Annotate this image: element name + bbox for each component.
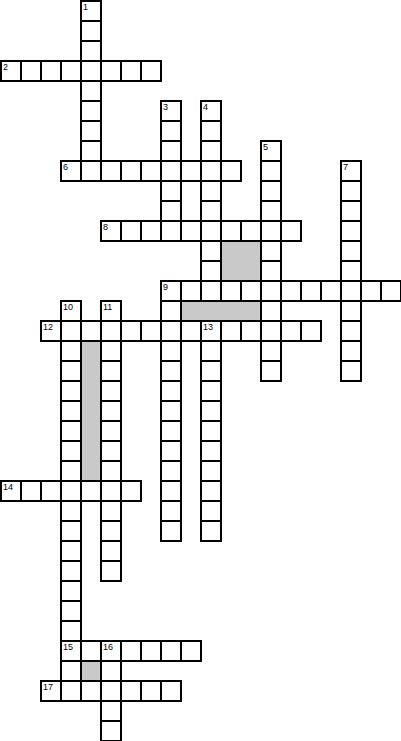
grid-cell-r20-c5[interactable]	[101, 401, 121, 421]
grid-cell-r14-c15[interactable]	[301, 281, 321, 301]
grid-cell-r32-c7[interactable]	[141, 641, 161, 661]
grid-cell-r18-c10[interactable]	[201, 361, 221, 381]
grid-cell-r35-c5[interactable]	[101, 701, 121, 721]
grid-cell-r34-c6[interactable]	[121, 681, 141, 701]
grid-cell-r23-c3[interactable]	[61, 461, 81, 481]
grid-cell-r8-c11[interactable]	[221, 161, 241, 181]
grid-cell-r3-c6[interactable]	[121, 61, 141, 81]
grid-cell-r20-c8[interactable]	[161, 401, 181, 421]
clue-number-16: 16	[103, 642, 113, 652]
grid-cell-r16-c7[interactable]	[141, 321, 161, 341]
grid-cell-r16-c17[interactable]	[341, 321, 361, 341]
grid-cell-r15-c13[interactable]	[261, 301, 281, 321]
grid-cell-r24-c3[interactable]	[61, 481, 81, 501]
grid-cell-r26-c3[interactable]	[61, 521, 81, 541]
grid-cell-r26-c8[interactable]	[161, 521, 181, 541]
grid-cell-r16-c5[interactable]	[101, 321, 121, 341]
grid-cell-r3-c7[interactable]	[141, 61, 161, 81]
grid-cell-r10-c17[interactable]	[341, 201, 361, 221]
grid-cell-r25-c5[interactable]	[101, 501, 121, 521]
grid-cell-r17-c3[interactable]	[61, 341, 81, 361]
grid-cell-r17-c8[interactable]	[161, 341, 181, 361]
grid-cell-r26-c5[interactable]	[101, 521, 121, 541]
grid-cell-r1-c4[interactable]	[81, 21, 101, 41]
grid-cell-r16-c3[interactable]	[61, 321, 81, 341]
grid-cell-r12-c17[interactable]	[341, 241, 361, 261]
clue-number-13: 13	[203, 322, 213, 332]
grid-cell-r32-c6[interactable]	[121, 641, 141, 661]
grid-cell-r11-c14[interactable]	[281, 221, 301, 241]
grid-cell-r16-c6[interactable]	[121, 321, 141, 341]
grid-cell-r22-c3[interactable]	[61, 441, 81, 461]
grid-cell-r30-c3[interactable]	[61, 601, 81, 621]
grid-cell-r25-c3[interactable]	[61, 501, 81, 521]
grid-cell-r14-c12[interactable]	[241, 281, 261, 301]
grid-cell-r11-c10[interactable]	[201, 221, 221, 241]
clue-number-10: 10	[63, 302, 73, 312]
grid-cell-r14-c11[interactable]	[221, 281, 241, 301]
grid-cell-r14-c18[interactable]	[361, 281, 381, 301]
crossword-grid[interactable]: 1234567891011121314151617	[0, 0, 401, 741]
grid-cell-r21-c8[interactable]	[161, 421, 181, 441]
grid-cell-r24-c10[interactable]	[201, 481, 221, 501]
grid-cell-r11-c8[interactable]	[161, 221, 181, 241]
clue-number-12: 12	[43, 322, 53, 332]
grid-cell-r25-c10[interactable]	[201, 501, 221, 521]
grid-cell-r19-c5[interactable]	[101, 381, 121, 401]
grid-cell-r25-c8[interactable]	[161, 501, 181, 521]
grid-cell-r22-c8[interactable]	[161, 441, 181, 461]
grid-cell-r24-c1[interactable]	[21, 481, 41, 501]
grid-cell-r27-c5[interactable]	[101, 541, 121, 561]
grid-cell-r16-c14[interactable]	[281, 321, 301, 341]
grid-cell-r14-c19[interactable]	[381, 281, 401, 301]
clue-number-9: 9	[163, 282, 168, 292]
grid-cell-r32-c9[interactable]	[181, 641, 201, 661]
grid-cell-r16-c11[interactable]	[221, 321, 241, 341]
grid-cell-r17-c13[interactable]	[261, 341, 281, 361]
grid-cell-r22-c5[interactable]	[101, 441, 121, 461]
grid-cell-r14-c10[interactable]	[201, 281, 221, 301]
grid-cell-r23-c10[interactable]	[201, 461, 221, 481]
clue-number-15: 15	[63, 642, 73, 652]
grid-cell-r29-c3[interactable]	[61, 581, 81, 601]
grid-cell-r7-c10[interactable]	[201, 141, 221, 161]
grid-cell-r10-c8[interactable]	[161, 201, 181, 221]
grid-cell-r24-c5[interactable]	[101, 481, 121, 501]
grid-cell-r10-c13[interactable]	[261, 201, 281, 221]
grid-cell-r18-c17[interactable]	[341, 361, 361, 381]
grid-cell-r14-c9[interactable]	[181, 281, 201, 301]
grid-cell-r19-c10[interactable]	[201, 381, 221, 401]
grid-cell-r22-c10[interactable]	[201, 441, 221, 461]
grid-cell-r20-c10[interactable]	[201, 401, 221, 421]
grid-cell-r33-c5[interactable]	[101, 661, 121, 681]
crossword-page: 1234567891011121314151617	[0, 0, 401, 741]
blocked-region-3	[81, 341, 101, 481]
clue-number-17: 17	[43, 682, 53, 692]
grid-cell-r11-c13[interactable]	[261, 221, 281, 241]
grid-cell-r20-c3[interactable]	[61, 401, 81, 421]
grid-cell-r32-c4[interactable]	[81, 641, 101, 661]
grid-cell-r16-c15[interactable]	[301, 321, 321, 341]
grid-cell-r27-c3[interactable]	[61, 541, 81, 561]
grid-cell-r16-c13[interactable]	[261, 321, 281, 341]
grid-cell-r11-c9[interactable]	[181, 221, 201, 241]
blocked-region-2	[181, 301, 261, 321]
grid-cell-r24-c2[interactable]	[41, 481, 61, 501]
grid-cell-r13-c13[interactable]	[261, 261, 281, 281]
grid-cell-r8-c5[interactable]	[101, 161, 121, 181]
grid-cell-r24-c4[interactable]	[81, 481, 101, 501]
grid-cell-r3-c4[interactable]	[81, 61, 101, 81]
clue-number-2: 2	[3, 62, 8, 72]
grid-cell-r16-c9[interactable]	[181, 321, 201, 341]
grid-cell-r28-c3[interactable]	[61, 561, 81, 581]
grid-cell-r23-c5[interactable]	[101, 461, 121, 481]
grid-cell-r8-c9[interactable]	[181, 161, 201, 181]
grid-cell-r8-c7[interactable]	[141, 161, 161, 181]
grid-cell-r15-c8[interactable]	[161, 301, 181, 321]
grid-cell-r18-c5[interactable]	[101, 361, 121, 381]
grid-cell-r2-c4[interactable]	[81, 41, 101, 61]
grid-cell-r16-c8[interactable]	[161, 321, 181, 341]
clue-number-3: 3	[163, 102, 168, 112]
grid-cell-r9-c8[interactable]	[161, 181, 181, 201]
grid-cell-r34-c7[interactable]	[141, 681, 161, 701]
grid-cell-r6-c8[interactable]	[161, 121, 181, 141]
grid-cell-r8-c13[interactable]	[261, 161, 281, 181]
grid-cell-r9-c17[interactable]	[341, 181, 361, 201]
grid-cell-r5-c4[interactable]	[81, 101, 101, 121]
grid-cell-r18-c3[interactable]	[61, 361, 81, 381]
clue-number-7: 7	[343, 162, 348, 172]
grid-cell-r21-c3[interactable]	[61, 421, 81, 441]
blocked-region-1	[221, 241, 261, 281]
clue-number-11: 11	[103, 302, 112, 312]
clue-number-5: 5	[263, 142, 268, 152]
grid-cell-r32-c8[interactable]	[161, 641, 181, 661]
grid-cell-r6-c10[interactable]	[201, 121, 221, 141]
grid-cell-r36-c5[interactable]	[101, 721, 121, 741]
grid-cell-r23-c8[interactable]	[161, 461, 181, 481]
clue-number-4: 4	[203, 102, 208, 112]
grid-cell-r7-c8[interactable]	[161, 141, 181, 161]
grid-cell-r14-c17[interactable]	[341, 281, 361, 301]
grid-cell-r19-c3[interactable]	[61, 381, 81, 401]
grid-cell-r28-c5[interactable]	[101, 561, 121, 581]
grid-cell-r3-c2[interactable]	[41, 61, 61, 81]
grid-cell-r12-c10[interactable]	[201, 241, 221, 261]
grid-cell-r19-c8[interactable]	[161, 381, 181, 401]
grid-cell-r33-c3[interactable]	[61, 661, 81, 681]
grid-cell-r14-c14[interactable]	[281, 281, 301, 301]
grid-cell-r6-c4[interactable]	[81, 121, 101, 141]
grid-cell-r16-c12[interactable]	[241, 321, 261, 341]
grid-cell-r18-c13[interactable]	[261, 361, 281, 381]
grid-cell-r8-c10[interactable]	[201, 161, 221, 181]
grid-cell-r17-c10[interactable]	[201, 341, 221, 361]
blocked-region-4	[81, 661, 101, 681]
grid-cell-r3-c1[interactable]	[21, 61, 41, 81]
grid-cell-r8-c6[interactable]	[121, 161, 141, 181]
grid-cell-r24-c6[interactable]	[121, 481, 141, 501]
grid-cell-r18-c8[interactable]	[161, 361, 181, 381]
grid-cell-r12-c13[interactable]	[261, 241, 281, 261]
grid-cell-r14-c13[interactable]	[261, 281, 281, 301]
grid-cell-r34-c4[interactable]	[81, 681, 101, 701]
grid-cell-r13-c10[interactable]	[201, 261, 221, 281]
grid-cell-r7-c4[interactable]	[81, 141, 101, 161]
grid-cell-r34-c5[interactable]	[101, 681, 121, 701]
grid-cell-r24-c8[interactable]	[161, 481, 181, 501]
grid-cell-r16-c4[interactable]	[81, 321, 101, 341]
grid-cell-r11-c12[interactable]	[241, 221, 261, 241]
grid-cell-r3-c5[interactable]	[101, 61, 121, 81]
grid-cell-r9-c10[interactable]	[201, 181, 221, 201]
grid-cell-r17-c5[interactable]	[101, 341, 121, 361]
grid-cell-r34-c3[interactable]	[61, 681, 81, 701]
clue-number-8: 8	[103, 222, 108, 232]
grid-cell-r11-c11[interactable]	[221, 221, 241, 241]
grid-cell-r11-c17[interactable]	[341, 221, 361, 241]
grid-cell-r34-c8[interactable]	[161, 681, 181, 701]
grid-cell-r8-c4[interactable]	[81, 161, 101, 181]
grid-cell-r8-c8[interactable]	[161, 161, 181, 181]
grid-cell-r13-c17[interactable]	[341, 261, 361, 281]
grid-cell-r26-c10[interactable]	[201, 521, 221, 541]
grid-cell-r17-c17[interactable]	[341, 341, 361, 361]
grid-cell-r11-c7[interactable]	[141, 221, 161, 241]
clue-number-6: 6	[63, 162, 68, 172]
grid-cell-r14-c16[interactable]	[321, 281, 341, 301]
clue-number-14: 14	[3, 482, 13, 492]
grid-cell-r4-c4[interactable]	[81, 81, 101, 101]
grid-cell-r10-c10[interactable]	[201, 201, 221, 221]
clue-number-1: 1	[83, 2, 88, 12]
grid-cell-r9-c13[interactable]	[261, 181, 281, 201]
grid-cell-r3-c3[interactable]	[61, 61, 81, 81]
grid-cell-r21-c10[interactable]	[201, 421, 221, 441]
grid-cell-r11-c6[interactable]	[121, 221, 141, 241]
grid-cell-r15-c17[interactable]	[341, 301, 361, 321]
grid-cell-r21-c5[interactable]	[101, 421, 121, 441]
grid-cell-r31-c3[interactable]	[61, 621, 81, 641]
